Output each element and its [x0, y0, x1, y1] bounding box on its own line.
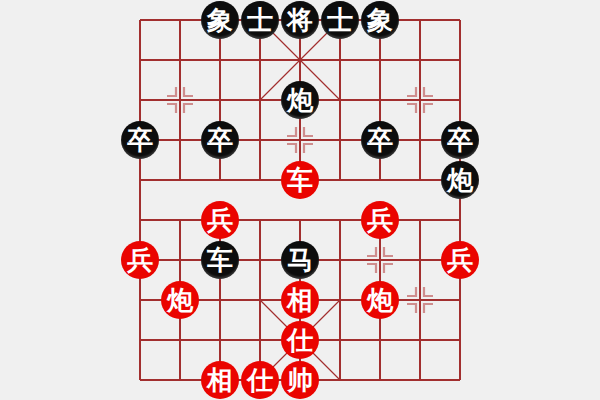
piece-red-elephant[interactable]: 相: [201, 361, 239, 399]
piece-red-king[interactable]: 帅: [281, 361, 319, 399]
piece-black-cannon[interactable]: 炮: [441, 161, 479, 199]
piece-red-cannon[interactable]: 炮: [361, 281, 399, 319]
piece-black-horse[interactable]: 马: [281, 241, 319, 279]
piece-red-advisor[interactable]: 仕: [281, 321, 319, 359]
piece-black-king[interactable]: 将: [281, 1, 319, 39]
piece-red-advisor[interactable]: 仕: [241, 361, 279, 399]
piece-black-pawn[interactable]: 卒: [361, 121, 399, 159]
pieces-layer: 象士将士象炮卒卒卒卒车炮兵兵兵车马兵炮相炮仕相仕帅: [0, 0, 600, 400]
piece-black-elephant[interactable]: 象: [361, 1, 399, 39]
xiangqi-board[interactable]: 象士将士象炮卒卒卒卒车炮兵兵兵车马兵炮相炮仕相仕帅: [0, 0, 600, 400]
piece-red-chariot[interactable]: 车: [281, 161, 319, 199]
piece-red-pawn[interactable]: 兵: [201, 201, 239, 239]
piece-red-pawn[interactable]: 兵: [361, 201, 399, 239]
piece-black-cannon[interactable]: 炮: [281, 81, 319, 119]
piece-black-pawn[interactable]: 卒: [121, 121, 159, 159]
piece-red-elephant[interactable]: 相: [281, 281, 319, 319]
piece-black-pawn[interactable]: 卒: [441, 121, 479, 159]
piece-black-advisor[interactable]: 士: [321, 1, 359, 39]
piece-red-pawn[interactable]: 兵: [121, 241, 159, 279]
piece-black-pawn[interactable]: 卒: [201, 121, 239, 159]
piece-red-pawn[interactable]: 兵: [441, 241, 479, 279]
piece-black-elephant[interactable]: 象: [201, 1, 239, 39]
piece-black-chariot[interactable]: 车: [201, 241, 239, 279]
piece-black-advisor[interactable]: 士: [241, 1, 279, 39]
piece-red-cannon[interactable]: 炮: [161, 281, 199, 319]
